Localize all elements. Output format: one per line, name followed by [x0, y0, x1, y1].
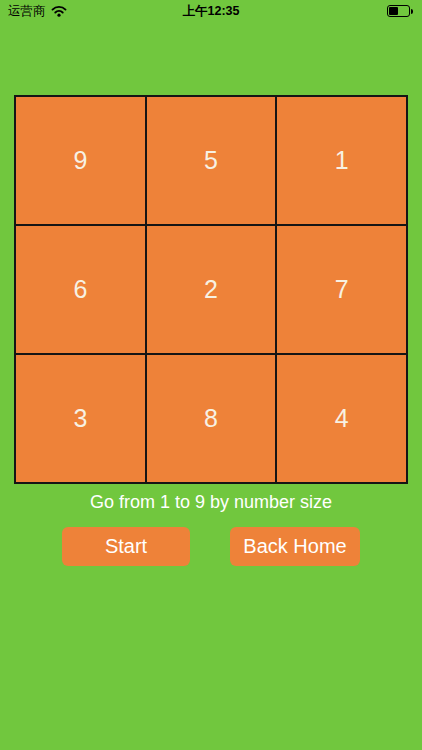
grid-cell-r3c3[interactable]: 4 [277, 355, 406, 482]
grid-cell-r1c2[interactable]: 5 [147, 97, 276, 224]
puzzle-grid: 9 5 1 6 2 7 3 8 4 [14, 95, 408, 484]
grid-cell-r3c2[interactable]: 8 [147, 355, 276, 482]
start-button[interactable]: Start [62, 527, 190, 566]
grid-cell-r1c1[interactable]: 9 [16, 97, 145, 224]
battery-icon [387, 5, 410, 17]
grid-cell-r2c3[interactable]: 7 [277, 226, 406, 353]
back-home-button[interactable]: Back Home [230, 527, 360, 566]
clock-label: 上午12:35 [0, 0, 422, 22]
grid-cell-r3c1[interactable]: 3 [16, 355, 145, 482]
grid-cell-r1c3[interactable]: 1 [277, 97, 406, 224]
grid-cell-r2c2[interactable]: 2 [147, 226, 276, 353]
grid-cell-r2c1[interactable]: 6 [16, 226, 145, 353]
status-bar: 运营商 上午12:35 [0, 0, 422, 22]
instruction-text: Go from 1 to 9 by number size [0, 491, 422, 513]
